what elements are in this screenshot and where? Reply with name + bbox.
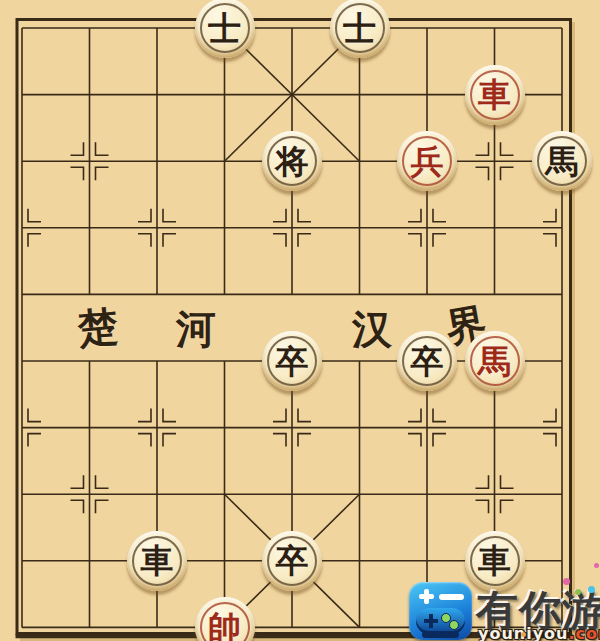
piece-glyph: 帥	[208, 611, 241, 641]
piece-glyph: 馬	[546, 145, 579, 178]
piece-black-chariot[interactable]: 車	[127, 531, 187, 591]
piece-glyph: 卒	[411, 345, 444, 378]
piece-black-horse[interactable]: 馬	[532, 131, 592, 191]
piece-black-general[interactable]: 将	[262, 131, 322, 191]
piece-red-soldier[interactable]: 兵	[397, 131, 457, 191]
piece-glyph: 卒	[276, 345, 309, 378]
piece-red-horse[interactable]: 馬	[465, 331, 525, 391]
piece-black-chariot[interactable]: 車	[465, 531, 525, 591]
piece-glyph: 車	[141, 544, 174, 577]
piece-glyph: 馬	[478, 345, 511, 378]
pieces-layer: 士士車将兵馬卒卒馬車卒車帥	[0, 0, 600, 641]
piece-red-general[interactable]: 帥	[195, 597, 255, 641]
piece-black-advisor[interactable]: 士	[195, 0, 255, 58]
piece-glyph: 士	[208, 12, 241, 45]
piece-glyph: 車	[478, 78, 511, 111]
piece-red-chariot[interactable]: 車	[465, 65, 525, 125]
piece-glyph: 車	[478, 544, 511, 577]
piece-glyph: 士	[343, 12, 376, 45]
piece-glyph: 将	[276, 145, 309, 178]
piece-glyph: 卒	[276, 544, 309, 577]
piece-black-soldier[interactable]: 卒	[262, 531, 322, 591]
piece-black-soldier[interactable]: 卒	[397, 331, 457, 391]
piece-glyph: 兵	[411, 145, 444, 178]
piece-black-advisor[interactable]: 士	[330, 0, 390, 58]
piece-black-soldier[interactable]: 卒	[262, 331, 322, 391]
xiangqi-screenshot: 楚 河 汉 界 士士車将兵馬卒卒馬車卒車帥 有你游 youniyou.com	[0, 0, 600, 641]
